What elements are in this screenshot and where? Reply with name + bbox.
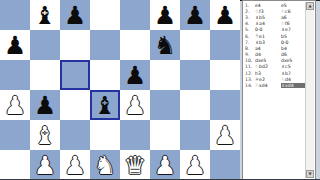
move-number: 8.	[244, 46, 255, 51]
square-h3[interactable]: ♟	[210, 120, 240, 150]
black-move-10[interactable]: dxe5	[281, 58, 305, 63]
move-list: 1.e4e52.♘f3♘c63.♗b5a64.♗a4♘f65.0-0♗e76.♖…	[244, 2, 305, 178]
move-row-10: 10.dxe5dxe5	[244, 58, 305, 64]
scroll-up-icon[interactable]: ▲	[306, 2, 314, 10]
move-row-8: 8.a4b4	[244, 45, 305, 51]
square-c6[interactable]	[60, 30, 90, 60]
square-f6[interactable]: ♞	[150, 30, 180, 60]
move-number: 10.	[244, 58, 255, 63]
white-move-3[interactable]: ♗b5	[255, 15, 281, 20]
black-move-1[interactable]: e5	[281, 3, 305, 8]
white-pawn-icon: ♟	[150, 150, 180, 180]
black-pawn-icon: ♟	[60, 0, 90, 30]
white-move-4[interactable]: ♗a4	[255, 21, 281, 26]
black-move-9[interactable]: d6	[281, 52, 305, 57]
move-number: 14.	[244, 83, 255, 88]
square-f2[interactable]: ♟	[150, 150, 180, 180]
square-d5[interactable]	[90, 60, 120, 90]
square-h2[interactable]	[210, 150, 240, 180]
black-bishop-icon: ♝	[30, 0, 60, 30]
move-row-13: 13.♕e2♘d4	[244, 76, 305, 82]
square-f4[interactable]	[150, 90, 180, 120]
white-move-6[interactable]: ♖e1	[255, 34, 281, 39]
square-d3[interactable]	[90, 120, 120, 150]
square-h4[interactable]	[210, 90, 240, 120]
move-row-4: 4.♗a4♘f6	[244, 21, 305, 27]
white-move-5[interactable]: 0-0	[255, 27, 281, 32]
square-e7[interactable]	[120, 0, 150, 30]
square-a6[interactable]: ♟	[0, 30, 30, 60]
frame-edge-bottom	[0, 179, 320, 180]
white-move-1[interactable]: e4	[255, 3, 281, 8]
square-f3[interactable]	[150, 120, 180, 150]
square-d2[interactable]: ♞	[90, 150, 120, 180]
square-c2[interactable]: ♟	[60, 150, 90, 180]
white-move-9[interactable]: d4	[255, 52, 281, 57]
square-e4[interactable]: ♟	[120, 90, 150, 120]
white-move-10[interactable]: dxe5	[255, 58, 281, 63]
square-g2[interactable]: ♟	[180, 150, 210, 180]
square-d6[interactable]	[90, 30, 120, 60]
square-g4[interactable]	[180, 90, 210, 120]
black-move-3[interactable]: a6	[281, 15, 305, 20]
move-row-3: 3.♗b5a6	[244, 14, 305, 20]
square-h5[interactable]	[210, 60, 240, 90]
black-move-6[interactable]: b5	[281, 34, 305, 39]
move-number: 12.	[244, 71, 255, 76]
square-a5[interactable]	[0, 60, 30, 90]
white-pawn-icon: ♟	[30, 150, 60, 180]
black-move-7[interactable]: 0-0	[281, 40, 305, 45]
square-c7[interactable]: ♟	[60, 0, 90, 30]
square-b4[interactable]: ♟	[30, 90, 60, 120]
square-b7[interactable]: ♝	[30, 0, 60, 30]
square-b6[interactable]	[30, 30, 60, 60]
move-number: 4.	[244, 21, 255, 26]
square-e3[interactable]	[120, 120, 150, 150]
white-move-2[interactable]: ♘f3	[255, 9, 281, 14]
white-queen-icon: ♛	[120, 150, 150, 180]
square-b3[interactable]: ♝	[30, 120, 60, 150]
move-number: 2.	[244, 9, 255, 14]
move-number: 13.	[244, 77, 255, 82]
white-pawn-icon: ♟	[180, 150, 210, 180]
white-knight-icon: ♞	[90, 150, 120, 180]
black-pawn-icon: ♟	[150, 0, 180, 30]
square-a4[interactable]: ♟	[0, 90, 30, 120]
black-bishop-icon: ♝	[92, 92, 118, 118]
square-f7[interactable]: ♟	[150, 0, 180, 30]
move-list-scrollbar[interactable]: ▲ ▼	[305, 2, 314, 178]
square-g6[interactable]	[180, 30, 210, 60]
square-a7[interactable]	[0, 0, 30, 30]
move-list-panel: 1.e4e52.♘f3♘c63.♗b5a64.♗a4♘f65.0-0♗e76.♖…	[242, 0, 316, 180]
black-move-13[interactable]: ♘d4	[281, 77, 305, 82]
black-pawn-icon: ♟	[30, 90, 60, 120]
square-c5[interactable]	[60, 60, 90, 90]
square-g7[interactable]: ♟	[180, 0, 210, 30]
white-move-12[interactable]: h3	[255, 71, 281, 76]
black-pawn-icon: ♟	[120, 60, 150, 90]
black-pawn-icon: ♟	[210, 0, 240, 30]
white-move-14[interactable]: ♘xd4	[255, 83, 281, 88]
move-number: 1.	[244, 3, 255, 8]
move-number: 5.	[244, 27, 255, 32]
black-move-4[interactable]: ♘f6	[281, 21, 305, 26]
move-row-2: 2.♘f3♘c6	[244, 8, 305, 14]
square-e5[interactable]: ♟	[120, 60, 150, 90]
square-h6[interactable]	[210, 30, 240, 60]
move-row-7: 7.♗b30-0	[244, 39, 305, 45]
move-row-11: 11.♘bd2♗c5	[244, 64, 305, 70]
chess-board: ♝♟♟♟♟♟♞♟♟♟♝♟♝♟♟♟♞♛♟♟	[0, 0, 240, 180]
square-g3[interactable]	[180, 120, 210, 150]
square-h7[interactable]: ♟	[210, 0, 240, 30]
move-number: 6.	[244, 34, 255, 39]
move-row-1: 1.e4e5	[244, 2, 305, 8]
black-move-5[interactable]: ♗e7	[281, 27, 305, 32]
black-move-2[interactable]: ♘c6	[281, 9, 305, 14]
black-pawn-icon: ♟	[0, 30, 30, 60]
white-pawn-icon: ♟	[210, 120, 240, 150]
square-d4[interactable]: ♝	[90, 90, 120, 120]
black-move-12[interactable]: ♗b7	[281, 71, 305, 76]
move-number: 9.	[244, 52, 255, 57]
white-move-7[interactable]: ♗b3	[255, 40, 281, 45]
white-move-8[interactable]: a4	[255, 46, 281, 51]
white-pawn-icon: ♟	[120, 90, 150, 120]
move-row-5: 5.0-0♗e7	[244, 27, 305, 33]
square-c4[interactable]	[60, 90, 90, 120]
square-f5[interactable]	[150, 60, 180, 90]
black-move-8[interactable]: b4	[281, 46, 305, 51]
move-row-9: 9.d4d6	[244, 52, 305, 58]
scroll-down-icon[interactable]: ▼	[306, 170, 314, 178]
square-b5[interactable]	[30, 60, 60, 90]
square-g5[interactable]	[180, 60, 210, 90]
move-number: 11.	[244, 64, 255, 69]
square-c3[interactable]	[60, 120, 90, 150]
white-move-13[interactable]: ♕e2	[255, 77, 281, 82]
white-move-11[interactable]: ♘bd2	[255, 64, 281, 69]
black-pawn-icon: ♟	[180, 0, 210, 30]
move-number: 7.	[244, 40, 255, 45]
black-move-14[interactable]: ♗xd4	[281, 83, 305, 88]
black-knight-icon: ♞	[150, 30, 180, 60]
square-b2[interactable]: ♟	[30, 150, 60, 180]
black-move-11[interactable]: ♗c5	[281, 64, 305, 69]
move-row-6: 6.♖e1b5	[244, 33, 305, 39]
move-row-12: 12.h3♗b7	[244, 70, 305, 76]
white-bishop-icon: ♝	[30, 120, 60, 150]
move-number: 3.	[244, 15, 255, 20]
square-a2[interactable]	[0, 150, 30, 180]
white-pawn-icon: ♟	[60, 150, 90, 180]
square-a3[interactable]	[0, 120, 30, 150]
white-pawn-icon: ♟	[0, 90, 30, 120]
square-d7[interactable]	[90, 0, 120, 30]
move-row-14: 14.♘xd4♗xd4	[244, 82, 305, 88]
square-e6[interactable]	[120, 30, 150, 60]
square-e2[interactable]: ♛	[120, 150, 150, 180]
